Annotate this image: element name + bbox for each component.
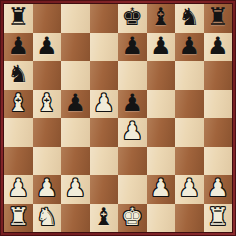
square-b4[interactable] [33,118,62,147]
square-g8[interactable]: ♞ [175,4,204,33]
square-d7[interactable] [90,33,119,62]
black-pawn-piece: ♟ [150,34,172,58]
square-a6[interactable]: ♞ [4,61,33,90]
square-c5[interactable]: ♟ [61,90,90,119]
square-c1[interactable] [61,204,90,233]
black-pawn-piece: ♟ [207,34,229,58]
square-g4[interactable] [175,118,204,147]
square-c7[interactable] [61,33,90,62]
black-knight-piece: ♞ [7,62,29,86]
white-pawn-piece: ♟ [64,176,86,200]
square-e5[interactable]: ♟ [118,90,147,119]
square-h3[interactable] [204,147,233,176]
square-g1[interactable] [175,204,204,233]
square-d2[interactable] [90,175,119,204]
black-pawn-piece: ♟ [36,34,58,58]
square-g7[interactable]: ♟ [175,33,204,62]
white-pawn-piece: ♟ [7,176,29,200]
white-pawn-piece: ♟ [36,176,58,200]
white-pawn-piece: ♟ [150,176,172,200]
square-e1[interactable]: ♚ [118,204,147,233]
square-f1[interactable] [147,204,176,233]
square-c3[interactable] [61,147,90,176]
white-rook-piece: ♜ [7,205,29,229]
square-d5[interactable]: ♟ [90,90,119,119]
square-d3[interactable] [90,147,119,176]
chess-board: ♜♚♝♞♜♟♟♟♟♟♟♞♝♝♟♟♟♟♟♟♟♟♟♟♜♞♝♚♜ [4,4,232,232]
square-h7[interactable]: ♟ [204,33,233,62]
square-d4[interactable] [90,118,119,147]
square-f4[interactable] [147,118,176,147]
square-a4[interactable] [4,118,33,147]
black-pawn-piece: ♟ [178,34,200,58]
white-pawn-piece: ♟ [207,176,229,200]
square-f8[interactable]: ♝ [147,4,176,33]
square-f5[interactable] [147,90,176,119]
square-b1[interactable]: ♞ [33,204,62,233]
square-c2[interactable]: ♟ [61,175,90,204]
white-bishop-piece: ♝ [36,91,58,115]
white-rook-piece: ♜ [207,205,229,229]
square-a7[interactable]: ♟ [4,33,33,62]
square-b6[interactable] [33,61,62,90]
square-a5[interactable]: ♝ [4,90,33,119]
square-e7[interactable]: ♟ [118,33,147,62]
black-bishop-piece: ♝ [150,5,172,29]
black-pawn-piece: ♟ [121,34,143,58]
square-f7[interactable]: ♟ [147,33,176,62]
square-d1[interactable]: ♝ [90,204,119,233]
square-c8[interactable] [61,4,90,33]
white-bishop-piece: ♝ [7,91,29,115]
black-pawn-piece: ♟ [121,91,143,115]
black-knight-piece: ♞ [178,5,200,29]
square-e8[interactable]: ♚ [118,4,147,33]
square-g5[interactable] [175,90,204,119]
white-pawn-piece: ♟ [93,91,115,115]
square-h1[interactable]: ♜ [204,204,233,233]
square-h6[interactable] [204,61,233,90]
square-h4[interactable] [204,118,233,147]
square-c6[interactable] [61,61,90,90]
square-e3[interactable] [118,147,147,176]
square-h8[interactable]: ♜ [204,4,233,33]
black-rook-piece: ♜ [7,5,29,29]
square-d8[interactable] [90,4,119,33]
square-a2[interactable]: ♟ [4,175,33,204]
square-g6[interactable] [175,61,204,90]
white-pawn-piece: ♟ [178,176,200,200]
square-a3[interactable] [4,147,33,176]
black-pawn-piece: ♟ [7,34,29,58]
square-b8[interactable] [33,4,62,33]
square-h2[interactable]: ♟ [204,175,233,204]
square-g3[interactable] [175,147,204,176]
square-e4[interactable]: ♟ [118,118,147,147]
square-f2[interactable]: ♟ [147,175,176,204]
white-knight-piece: ♞ [36,205,58,229]
square-a8[interactable]: ♜ [4,4,33,33]
square-e6[interactable] [118,61,147,90]
black-rook-piece: ♜ [207,5,229,29]
square-b7[interactable]: ♟ [33,33,62,62]
square-b2[interactable]: ♟ [33,175,62,204]
black-king-piece: ♚ [121,5,143,29]
square-g2[interactable]: ♟ [175,175,204,204]
black-bishop-piece: ♝ [93,205,115,229]
square-f3[interactable] [147,147,176,176]
square-e2[interactable] [118,175,147,204]
chess-board-frame: ♜♚♝♞♜♟♟♟♟♟♟♞♝♝♟♟♟♟♟♟♟♟♟♟♜♞♝♚♜ [0,0,236,236]
square-h5[interactable] [204,90,233,119]
square-b3[interactable] [33,147,62,176]
square-a1[interactable]: ♜ [4,204,33,233]
square-b5[interactable]: ♝ [33,90,62,119]
square-f6[interactable] [147,61,176,90]
white-king-piece: ♚ [121,205,143,229]
square-c4[interactable] [61,118,90,147]
black-pawn-piece: ♟ [64,91,86,115]
white-pawn-piece: ♟ [121,119,143,143]
square-d6[interactable] [90,61,119,90]
